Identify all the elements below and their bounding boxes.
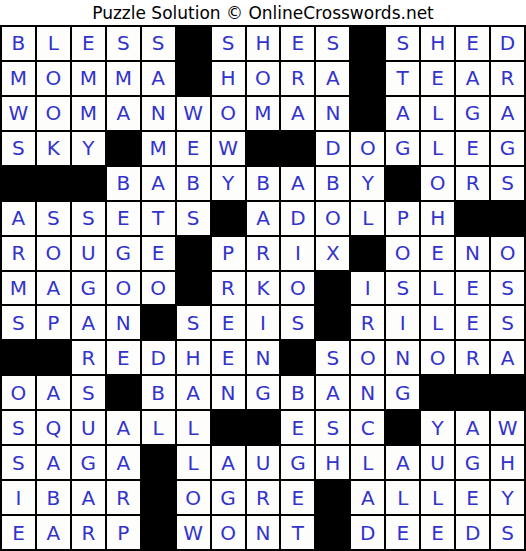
letter-cell-r3c2: O [37, 97, 70, 130]
black-cell-r12c12 [386, 411, 419, 444]
letter-cell-r5c15: S [491, 167, 524, 200]
black-cell-r4c4 [107, 132, 140, 165]
letter-cell-r15c12: E [386, 516, 419, 549]
letter-cell-r8c11: I [351, 272, 384, 305]
letter-cell-r15c2: A [37, 516, 70, 549]
letter-cell-r2c5: A [142, 62, 175, 95]
letter-cell-r12c9: E [281, 411, 314, 444]
letter-cell-r13c15: H [491, 446, 524, 479]
letter-cell-r2c2: O [37, 62, 70, 95]
black-cell-r11c4 [107, 376, 140, 409]
black-cell-r1c11 [351, 27, 384, 60]
letter-cell-r7c8: R [247, 237, 280, 270]
letter-cell-r5c9: A [281, 167, 314, 200]
letter-cell-r4c1: S [2, 132, 35, 165]
letter-cell-r8c14: E [456, 272, 489, 305]
black-cell-r10c9 [281, 341, 314, 374]
letter-cell-r4c5: M [142, 132, 175, 165]
letter-cell-r3c13: L [421, 97, 454, 130]
black-cell-r3c11 [351, 97, 384, 130]
black-cell-r6c14 [456, 202, 489, 235]
letter-cell-r11c5: B [142, 376, 175, 409]
letter-cell-r12c1: S [2, 411, 35, 444]
letter-cell-r14c15: Y [491, 481, 524, 514]
letter-cell-r9c7: E [212, 306, 245, 339]
letter-cell-r13c1: S [2, 446, 35, 479]
letter-cell-r3c12: A [386, 97, 419, 130]
letter-cell-r6c6: S [177, 202, 210, 235]
letter-cell-r3c8: M [247, 97, 280, 130]
letter-cell-r5c4: B [107, 167, 140, 200]
letter-cell-r15c3: R [72, 516, 105, 549]
letter-cell-r15c13: E [421, 516, 454, 549]
black-cell-r11c14 [456, 376, 489, 409]
letter-cell-r6c2: S [37, 202, 70, 235]
letter-cell-r8c13: L [421, 272, 454, 305]
letter-cell-r5c5: A [142, 167, 175, 200]
letter-cell-r10c13: O [421, 341, 454, 374]
letter-cell-r13c7: A [212, 446, 245, 479]
letter-cell-r7c10: X [316, 237, 349, 270]
letter-cell-r7c3: U [72, 237, 105, 270]
black-cell-r9c5 [142, 306, 175, 339]
letter-cell-r13c14: G [456, 446, 489, 479]
letter-cell-r1c14: E [456, 27, 489, 60]
letter-cell-r6c8: A [247, 202, 280, 235]
letter-cell-r4c13: L [421, 132, 454, 165]
black-cell-r5c2 [37, 167, 70, 200]
letter-cell-r2c13: E [421, 62, 454, 95]
letter-cell-r3c4: A [107, 97, 140, 130]
letter-cell-r7c12: O [386, 237, 419, 270]
letter-cell-r10c4: E [107, 341, 140, 374]
letter-cell-r14c3: A [72, 481, 105, 514]
letter-cell-r12c3: U [72, 411, 105, 444]
letter-cell-r10c6: H [177, 341, 210, 374]
letter-cell-r3c10: N [316, 97, 349, 130]
letter-cell-r11c7: N [212, 376, 245, 409]
letter-cell-r2c12: T [386, 62, 419, 95]
puzzle-title: Puzzle Solution © OnlineCrosswords.net [92, 3, 434, 23]
letter-cell-r8c1: M [2, 272, 35, 305]
letter-cell-r15c1: E [2, 516, 35, 549]
letter-cell-r6c4: E [107, 202, 140, 235]
letter-cell-r10c15: A [491, 341, 524, 374]
letter-cell-r14c12: L [386, 481, 419, 514]
letter-cell-r10c8: N [247, 341, 280, 374]
letter-cell-r6c9: D [281, 202, 314, 235]
letter-cell-r8c9: O [281, 272, 314, 305]
black-cell-r1c6 [177, 27, 210, 60]
letter-cell-r1c10: S [316, 27, 349, 60]
letter-cell-r10c5: D [142, 341, 175, 374]
letter-cell-r13c11: L [351, 446, 384, 479]
letter-cell-r5c10: B [316, 167, 349, 200]
letter-cell-r7c1: R [2, 237, 35, 270]
letter-cell-r3c9: A [281, 97, 314, 130]
letter-cell-r8c2: A [37, 272, 70, 305]
letter-cell-r11c1: O [2, 376, 35, 409]
letter-cell-r14c13: L [421, 481, 454, 514]
letter-cell-r1c3: E [72, 27, 105, 60]
letter-cell-r14c7: G [212, 481, 245, 514]
letter-cell-r5c14: R [456, 167, 489, 200]
letter-cell-r3c6: W [177, 97, 210, 130]
letter-cell-r13c6: L [177, 446, 210, 479]
black-cell-r4c9 [281, 132, 314, 165]
letter-cell-r15c9: T [281, 516, 314, 549]
letter-cell-r3c3: M [72, 97, 105, 130]
letter-cell-r1c5: S [142, 27, 175, 60]
letter-cell-r10c14: R [456, 341, 489, 374]
black-cell-r2c6 [177, 62, 210, 95]
letter-cell-r4c3: Y [72, 132, 105, 165]
letter-cell-r6c10: O [316, 202, 349, 235]
letter-cell-r12c4: A [107, 411, 140, 444]
letter-cell-r12c2: Q [37, 411, 70, 444]
letter-cell-r8c8: K [247, 272, 280, 305]
letter-cell-r9c12: I [386, 306, 419, 339]
letter-cell-r15c11: D [351, 516, 384, 549]
black-cell-r9c10 [316, 306, 349, 339]
letter-cell-r15c15: S [491, 516, 524, 549]
letter-cell-r6c5: T [142, 202, 175, 235]
black-cell-r10c1 [2, 341, 35, 374]
letter-cell-r9c3: A [72, 306, 105, 339]
letter-cell-r10c12: N [386, 341, 419, 374]
black-cell-r11c13 [421, 376, 454, 409]
letter-cell-r10c3: R [72, 341, 105, 374]
letter-cell-r4c2: K [37, 132, 70, 165]
black-cell-r6c15 [491, 202, 524, 235]
letter-cell-r15c4: P [107, 516, 140, 549]
letter-cell-r1c4: S [107, 27, 140, 60]
letter-cell-r3c1: W [2, 97, 35, 130]
letter-cell-r9c15: S [491, 306, 524, 339]
letter-cell-r14c8: R [247, 481, 280, 514]
letter-cell-r8c4: O [107, 272, 140, 305]
letter-cell-r2c9: R [281, 62, 314, 95]
black-cell-r6c7 [212, 202, 245, 235]
black-cell-r12c7 [212, 411, 245, 444]
letter-cell-r9c2: P [37, 306, 70, 339]
letter-cell-r9c14: E [456, 306, 489, 339]
letter-cell-r7c7: P [212, 237, 245, 270]
letter-cell-r12c14: A [456, 411, 489, 444]
letter-cell-r11c2: A [37, 376, 70, 409]
letter-cell-r3c14: G [456, 97, 489, 130]
black-cell-r14c5 [142, 481, 175, 514]
letter-cell-r8c3: G [72, 272, 105, 305]
letter-cell-r7c4: G [107, 237, 140, 270]
letter-cell-r1c8: H [247, 27, 280, 60]
black-cell-r5c3 [72, 167, 105, 200]
letter-cell-r5c8: B [247, 167, 280, 200]
letter-cell-r6c12: P [386, 202, 419, 235]
letter-cell-r14c4: R [107, 481, 140, 514]
black-cell-r12c8 [247, 411, 280, 444]
black-cell-r14c10 [316, 481, 349, 514]
letter-cell-r4c6: E [177, 132, 210, 165]
black-cell-r15c5 [142, 516, 175, 549]
letter-cell-r4c12: G [386, 132, 419, 165]
letter-cell-r3c15: A [491, 97, 524, 130]
letter-cell-r15c6: W [177, 516, 210, 549]
letter-cell-r14c11: A [351, 481, 384, 514]
letter-cell-r2c1: M [2, 62, 35, 95]
letter-cell-r15c7: O [212, 516, 245, 549]
letter-cell-r5c11: Y [351, 167, 384, 200]
letter-cell-r8c7: R [212, 272, 245, 305]
letter-cell-r10c10: S [316, 341, 349, 374]
letter-cell-r10c11: O [351, 341, 384, 374]
letter-cell-r7c5: E [142, 237, 175, 270]
letter-cell-r11c3: S [72, 376, 105, 409]
letter-cell-r2c15: R [491, 62, 524, 95]
letter-cell-r12c6: L [177, 411, 210, 444]
puzzle-solution-page: Puzzle Solution © OnlineCrosswords.net B… [0, 0, 526, 551]
letter-cell-r1c12: S [386, 27, 419, 60]
letter-cell-r13c2: A [37, 446, 70, 479]
letter-cell-r3c7: O [212, 97, 245, 130]
letter-cell-r13c9: G [281, 446, 314, 479]
letter-cell-r2c10: A [316, 62, 349, 95]
letter-cell-r6c1: A [2, 202, 35, 235]
letter-cell-r13c12: A [386, 446, 419, 479]
letter-cell-r6c13: H [421, 202, 454, 235]
black-cell-r13c5 [142, 446, 175, 479]
letter-cell-r8c12: S [386, 272, 419, 305]
letter-cell-r9c13: L [421, 306, 454, 339]
letter-cell-r14c2: B [37, 481, 70, 514]
letter-cell-r4c10: D [316, 132, 349, 165]
letter-cell-r1c13: H [421, 27, 454, 60]
letter-cell-r2c14: A [456, 62, 489, 95]
letter-cell-r13c3: G [72, 446, 105, 479]
black-cell-r4c8 [247, 132, 280, 165]
letter-cell-r14c9: E [281, 481, 314, 514]
letter-cell-r5c7: Y [212, 167, 245, 200]
letter-cell-r1c2: L [37, 27, 70, 60]
letter-cell-r12c10: S [316, 411, 349, 444]
letter-cell-r7c9: I [281, 237, 314, 270]
letter-cell-r1c9: E [281, 27, 314, 60]
letter-cell-r9c11: R [351, 306, 384, 339]
black-cell-r8c6 [177, 272, 210, 305]
letter-cell-r7c2: O [37, 237, 70, 270]
letter-cell-r5c6: B [177, 167, 210, 200]
letter-cell-r6c3: S [72, 202, 105, 235]
letter-cell-r8c5: O [142, 272, 175, 305]
letter-cell-r3c5: N [142, 97, 175, 130]
letter-cell-r10c7: E [212, 341, 245, 374]
letter-cell-r2c8: O [247, 62, 280, 95]
letter-cell-r2c7: H [212, 62, 245, 95]
letter-cell-r13c4: A [107, 446, 140, 479]
black-cell-r10c2 [37, 341, 70, 374]
letter-cell-r9c8: I [247, 306, 280, 339]
letter-cell-r1c7: S [212, 27, 245, 60]
letter-cell-r2c3: M [72, 62, 105, 95]
letter-cell-r1c15: D [491, 27, 524, 60]
letter-cell-r13c13: U [421, 446, 454, 479]
letter-cell-r12c15: W [491, 411, 524, 444]
letter-cell-r14c14: E [456, 481, 489, 514]
letter-cell-r11c6: A [177, 376, 210, 409]
letter-cell-r7c13: E [421, 237, 454, 270]
letter-cell-r15c8: N [247, 516, 280, 549]
letter-cell-r11c10: A [316, 376, 349, 409]
letter-cell-r8c15: S [491, 272, 524, 305]
black-cell-r7c11 [351, 237, 384, 270]
black-cell-r15c10 [316, 516, 349, 549]
letter-cell-r14c1: I [2, 481, 35, 514]
letter-cell-r7c15: O [491, 237, 524, 270]
letter-cell-r9c9: S [281, 306, 314, 339]
letter-cell-r1c1: B [2, 27, 35, 60]
letter-cell-r12c13: Y [421, 411, 454, 444]
title-bar: Puzzle Solution © OnlineCrosswords.net [0, 0, 526, 25]
letter-cell-r5c13: O [421, 167, 454, 200]
letter-cell-r11c9: B [281, 376, 314, 409]
letter-cell-r12c5: L [142, 411, 175, 444]
black-cell-r8c10 [316, 272, 349, 305]
letter-cell-r14c6: O [177, 481, 210, 514]
letter-cell-r9c1: S [2, 306, 35, 339]
letter-cell-r15c14: D [456, 516, 489, 549]
letter-cell-r4c11: O [351, 132, 384, 165]
letter-cell-r9c6: S [177, 306, 210, 339]
black-cell-r11c15 [491, 376, 524, 409]
letter-cell-r4c7: W [212, 132, 245, 165]
letter-cell-r11c12: G [386, 376, 419, 409]
letter-cell-r2c4: M [107, 62, 140, 95]
black-cell-r7c6 [177, 237, 210, 270]
black-cell-r2c11 [351, 62, 384, 95]
letter-cell-r4c14: E [456, 132, 489, 165]
black-cell-r5c12 [386, 167, 419, 200]
letter-cell-r6c11: L [351, 202, 384, 235]
letter-cell-r7c14: N [456, 237, 489, 270]
letter-cell-r4c15: G [491, 132, 524, 165]
letter-cell-r13c8: U [247, 446, 280, 479]
letter-cell-r13c10: H [316, 446, 349, 479]
letter-cell-r12c11: C [351, 411, 384, 444]
letter-cell-r11c8: G [247, 376, 280, 409]
letter-cell-r11c11: N [351, 376, 384, 409]
letter-cell-r9c4: N [107, 306, 140, 339]
crossword-grid: BLESSSHESSHEDMOMMAHORATEARWOMANWOMANALGA… [0, 25, 526, 551]
black-cell-r5c1 [2, 167, 35, 200]
